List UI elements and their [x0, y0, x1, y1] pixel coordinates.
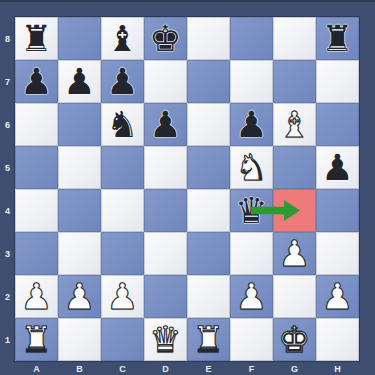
square-e6[interactable] [187, 103, 230, 146]
piece-black-rook-h8[interactable]: ♜ [321, 21, 353, 57]
square-c6[interactable]: ♞ [101, 103, 144, 146]
file-label-c: C [101, 361, 144, 375]
piece-black-pawn-b7[interactable]: ♟ [63, 64, 95, 100]
piece-black-rook-a8[interactable]: ♜ [20, 21, 52, 57]
piece-white-queen-d1[interactable]: ♛ [149, 322, 181, 358]
rank-label-8: 8 [0, 17, 15, 60]
square-g3[interactable]: ♟ [273, 232, 316, 275]
file-label-d: D [144, 361, 187, 375]
square-a8[interactable]: ♜ [15, 17, 58, 60]
rank-label-1: 1 [0, 318, 15, 361]
square-h7[interactable] [316, 60, 359, 103]
file-label-h: H [316, 361, 359, 375]
square-b2[interactable]: ♟ [58, 275, 101, 318]
square-a3[interactable] [15, 232, 58, 275]
piece-white-pawn-h2[interactable]: ♟ [321, 279, 353, 315]
piece-black-bishop-c8[interactable]: ♝ [106, 21, 138, 57]
square-b4[interactable] [58, 189, 101, 232]
piece-black-pawn-f6[interactable]: ♟ [235, 107, 267, 143]
file-label-g: G [273, 361, 316, 375]
square-f7[interactable] [230, 60, 273, 103]
piece-black-king-d8[interactable]: ♚ [149, 21, 181, 57]
square-f3[interactable] [230, 232, 273, 275]
piece-white-pawn-g3[interactable]: ♟ [278, 236, 310, 272]
chess-board-frame: 87654321 ABCDEFGH ♜♝♚♜♟♟♟♞♟♟♝♞♟♛♟♟♟♟♟♟♜♛… [0, 0, 375, 375]
square-b1[interactable] [58, 318, 101, 361]
rank-label-7: 7 [0, 60, 15, 103]
piece-white-knight-f5[interactable]: ♞ [235, 150, 267, 186]
square-e5[interactable] [187, 146, 230, 189]
piece-white-pawn-b2[interactable]: ♟ [63, 279, 95, 315]
file-label-e: E [187, 361, 230, 375]
square-c5[interactable] [101, 146, 144, 189]
square-c2[interactable]: ♟ [101, 275, 144, 318]
piece-white-rook-a1[interactable]: ♜ [20, 322, 52, 358]
piece-black-knight-c6[interactable]: ♞ [106, 107, 138, 143]
square-b3[interactable] [58, 232, 101, 275]
square-h5[interactable]: ♟ [316, 146, 359, 189]
square-f2[interactable]: ♟ [230, 275, 273, 318]
rank-label-3: 3 [0, 232, 15, 275]
square-e4[interactable] [187, 189, 230, 232]
file-label-b: B [58, 361, 101, 375]
square-h4[interactable] [316, 189, 359, 232]
square-d2[interactable] [144, 275, 187, 318]
square-h6[interactable] [316, 103, 359, 146]
square-d6[interactable]: ♟ [144, 103, 187, 146]
piece-white-pawn-a2[interactable]: ♟ [20, 279, 52, 315]
file-label-a: A [15, 361, 58, 375]
square-e3[interactable] [187, 232, 230, 275]
square-d7[interactable] [144, 60, 187, 103]
square-d5[interactable] [144, 146, 187, 189]
rank-label-5: 5 [0, 146, 15, 189]
piece-black-pawn-a7[interactable]: ♟ [20, 64, 52, 100]
square-f1[interactable] [230, 318, 273, 361]
square-c4[interactable] [101, 189, 144, 232]
piece-white-bishop-g6[interactable]: ♝ [278, 107, 310, 143]
square-b7[interactable]: ♟ [58, 60, 101, 103]
square-c1[interactable] [101, 318, 144, 361]
square-d3[interactable] [144, 232, 187, 275]
square-a7[interactable]: ♟ [15, 60, 58, 103]
square-e2[interactable] [187, 275, 230, 318]
piece-white-pawn-f2[interactable]: ♟ [235, 279, 267, 315]
square-a5[interactable] [15, 146, 58, 189]
square-f8[interactable] [230, 17, 273, 60]
rank-label-2: 2 [0, 275, 15, 318]
square-g7[interactable] [273, 60, 316, 103]
piece-white-pawn-c2[interactable]: ♟ [106, 279, 138, 315]
square-b6[interactable] [58, 103, 101, 146]
file-label-f: F [230, 361, 273, 375]
piece-white-king-g1[interactable]: ♚ [278, 322, 310, 358]
square-h2[interactable]: ♟ [316, 275, 359, 318]
square-g4[interactable] [273, 189, 316, 232]
chess-board: ♜♝♚♜♟♟♟♞♟♟♝♞♟♛♟♟♟♟♟♟♜♛♜♚ [15, 17, 359, 361]
square-h3[interactable] [316, 232, 359, 275]
square-f6[interactable]: ♟ [230, 103, 273, 146]
square-d8[interactable]: ♚ [144, 17, 187, 60]
piece-white-rook-e1[interactable]: ♜ [192, 322, 224, 358]
square-g1[interactable]: ♚ [273, 318, 316, 361]
square-e7[interactable] [187, 60, 230, 103]
square-e8[interactable] [187, 17, 230, 60]
square-f5[interactable]: ♞ [230, 146, 273, 189]
piece-black-pawn-c7[interactable]: ♟ [106, 64, 138, 100]
rank-labels: 87654321 [0, 17, 15, 361]
square-e1[interactable]: ♜ [187, 318, 230, 361]
piece-black-queen-f4[interactable]: ♛ [235, 193, 267, 229]
square-f4[interactable]: ♛ [230, 189, 273, 232]
square-g8[interactable] [273, 17, 316, 60]
square-h1[interactable] [316, 318, 359, 361]
square-c8[interactable]: ♝ [101, 17, 144, 60]
rank-label-4: 4 [0, 189, 15, 232]
file-labels: ABCDEFGH [15, 361, 359, 375]
square-h8[interactable]: ♜ [316, 17, 359, 60]
square-b5[interactable] [58, 146, 101, 189]
piece-black-pawn-h5[interactable]: ♟ [321, 150, 353, 186]
piece-black-pawn-d6[interactable]: ♟ [149, 107, 181, 143]
square-a2[interactable]: ♟ [15, 275, 58, 318]
square-a1[interactable]: ♜ [15, 318, 58, 361]
square-g5[interactable] [273, 146, 316, 189]
square-c3[interactable] [101, 232, 144, 275]
square-a6[interactable] [15, 103, 58, 146]
square-b8[interactable] [58, 17, 101, 60]
square-g6[interactable]: ♝ [273, 103, 316, 146]
rank-label-6: 6 [0, 103, 15, 146]
square-g2[interactable] [273, 275, 316, 318]
square-a4[interactable] [15, 189, 58, 232]
square-d4[interactable] [144, 189, 187, 232]
square-c7[interactable]: ♟ [101, 60, 144, 103]
square-d1[interactable]: ♛ [144, 318, 187, 361]
